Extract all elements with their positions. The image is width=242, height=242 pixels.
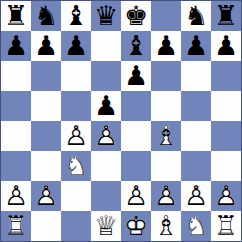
square-f3[interactable] — [151, 151, 181, 181]
white-pawn[interactable]: ♟♙ — [91, 121, 121, 151]
black-knight[interactable]: ♞ — [181, 1, 211, 31]
square-h4[interactable] — [211, 121, 241, 151]
white-rook[interactable]: ♜♖ — [211, 211, 241, 241]
square-g2[interactable]: ♟♙ — [181, 181, 211, 211]
square-e1[interactable]: ♚♔ — [121, 211, 151, 241]
white-pawn[interactable]: ♟♙ — [1, 181, 31, 211]
square-f8[interactable] — [151, 1, 181, 31]
square-c5[interactable] — [61, 91, 91, 121]
black-rook[interactable]: ♜ — [211, 1, 241, 31]
black-pawn[interactable]: ♟ — [61, 31, 91, 61]
white-piece-outline: ♙ — [91, 121, 121, 151]
black-bishop[interactable]: ♝ — [61, 1, 91, 31]
square-c8[interactable]: ♝ — [61, 1, 91, 31]
black-pawn[interactable]: ♟ — [121, 61, 151, 91]
square-h2[interactable]: ♟♙ — [211, 181, 241, 211]
white-piece-outline: ♖ — [1, 211, 31, 241]
square-a3[interactable] — [1, 151, 31, 181]
square-a2[interactable]: ♟♙ — [1, 181, 31, 211]
square-h1[interactable]: ♜♖ — [211, 211, 241, 241]
square-g5[interactable] — [181, 91, 211, 121]
square-b1[interactable] — [31, 211, 61, 241]
square-f5[interactable] — [151, 91, 181, 121]
square-e5[interactable] — [121, 91, 151, 121]
square-b7[interactable]: ♟ — [31, 31, 61, 61]
black-queen[interactable]: ♛ — [91, 1, 121, 31]
square-g7[interactable]: ♟ — [181, 31, 211, 61]
square-g4[interactable] — [181, 121, 211, 151]
chess-board: ♜♞♝♛♚♞♜♟♟♟♝♟♟♟♟♟♟♙♟♙♝♗♞♘♟♙♟♙♟♙♟♙♟♙♟♙♜♖♛♕… — [0, 0, 242, 242]
square-a7[interactable]: ♟ — [1, 31, 31, 61]
square-f2[interactable]: ♟♙ — [151, 181, 181, 211]
white-piece-outline: ♙ — [61, 121, 91, 151]
black-pawn[interactable]: ♟ — [1, 31, 31, 61]
square-a5[interactable] — [1, 91, 31, 121]
white-pawn[interactable]: ♟♙ — [31, 181, 61, 211]
square-d2[interactable] — [91, 181, 121, 211]
white-pawn[interactable]: ♟♙ — [181, 181, 211, 211]
square-a8[interactable]: ♜ — [1, 1, 31, 31]
square-c3[interactable]: ♞♘ — [61, 151, 91, 181]
square-f1[interactable]: ♝♗ — [151, 211, 181, 241]
white-piece-outline: ♗ — [151, 211, 181, 241]
square-a4[interactable] — [1, 121, 31, 151]
square-e2[interactable]: ♟♙ — [121, 181, 151, 211]
black-pawn[interactable]: ♟ — [31, 31, 61, 61]
black-rook[interactable]: ♜ — [1, 1, 31, 31]
white-king[interactable]: ♚♔ — [121, 211, 151, 241]
white-piece-outline: ♙ — [31, 181, 61, 211]
square-a6[interactable] — [1, 61, 31, 91]
black-king[interactable]: ♚ — [121, 1, 151, 31]
white-piece-outline: ♙ — [211, 181, 241, 211]
white-pawn[interactable]: ♟♙ — [121, 181, 151, 211]
white-bishop[interactable]: ♝♗ — [151, 121, 181, 151]
black-pawn[interactable]: ♟ — [181, 31, 211, 61]
square-h5[interactable] — [211, 91, 241, 121]
square-e8[interactable]: ♚ — [121, 1, 151, 31]
square-g8[interactable]: ♞ — [181, 1, 211, 31]
square-d3[interactable] — [91, 151, 121, 181]
white-bishop[interactable]: ♝♗ — [151, 211, 181, 241]
square-c6[interactable] — [61, 61, 91, 91]
square-d1[interactable]: ♛♕ — [91, 211, 121, 241]
square-e7[interactable]: ♝ — [121, 31, 151, 61]
white-pawn[interactable]: ♟♙ — [211, 181, 241, 211]
white-piece-outline: ♔ — [121, 211, 151, 241]
square-d8[interactable]: ♛ — [91, 1, 121, 31]
square-d5[interactable]: ♟ — [91, 91, 121, 121]
black-knight[interactable]: ♞ — [31, 1, 61, 31]
square-b5[interactable] — [31, 91, 61, 121]
square-b2[interactable]: ♟♙ — [31, 181, 61, 211]
white-piece-outline: ♙ — [121, 181, 151, 211]
black-pawn[interactable]: ♟ — [211, 31, 241, 61]
white-piece-outline: ♙ — [151, 181, 181, 211]
square-g6[interactable] — [181, 61, 211, 91]
square-c4[interactable]: ♟♙ — [61, 121, 91, 151]
square-h8[interactable]: ♜ — [211, 1, 241, 31]
square-e6[interactable]: ♟ — [121, 61, 151, 91]
black-bishop[interactable]: ♝ — [121, 31, 151, 61]
square-d6[interactable] — [91, 61, 121, 91]
square-g1[interactable]: ♞♘ — [181, 211, 211, 241]
black-pawn[interactable]: ♟ — [91, 91, 121, 121]
white-piece-outline: ♕ — [91, 211, 121, 241]
white-knight[interactable]: ♞♘ — [61, 151, 91, 181]
white-piece-outline: ♙ — [1, 181, 31, 211]
square-h6[interactable] — [211, 61, 241, 91]
square-c7[interactable]: ♟ — [61, 31, 91, 61]
square-c2[interactable] — [61, 181, 91, 211]
white-piece-outline: ♖ — [211, 211, 241, 241]
white-pawn[interactable]: ♟♙ — [151, 181, 181, 211]
white-piece-outline: ♘ — [181, 211, 211, 241]
white-knight[interactable]: ♞♘ — [181, 211, 211, 241]
white-pawn[interactable]: ♟♙ — [61, 121, 91, 151]
square-h3[interactable] — [211, 151, 241, 181]
square-d4[interactable]: ♟♙ — [91, 121, 121, 151]
white-piece-outline: ♙ — [181, 181, 211, 211]
square-g3[interactable] — [181, 151, 211, 181]
square-f7[interactable]: ♟ — [151, 31, 181, 61]
square-e4[interactable] — [121, 121, 151, 151]
square-f4[interactable]: ♝♗ — [151, 121, 181, 151]
square-b6[interactable] — [31, 61, 61, 91]
square-h7[interactable]: ♟ — [211, 31, 241, 61]
white-queen[interactable]: ♛♕ — [91, 211, 121, 241]
square-b3[interactable] — [31, 151, 61, 181]
square-b4[interactable] — [31, 121, 61, 151]
white-rook[interactable]: ♜♖ — [1, 211, 31, 241]
square-e3[interactable] — [121, 151, 151, 181]
white-piece-outline: ♗ — [151, 121, 181, 151]
square-f6[interactable] — [151, 61, 181, 91]
square-a1[interactable]: ♜♖ — [1, 211, 31, 241]
white-piece-outline: ♘ — [61, 151, 91, 181]
square-b8[interactable]: ♞ — [31, 1, 61, 31]
square-d7[interactable] — [91, 31, 121, 61]
black-pawn[interactable]: ♟ — [151, 31, 181, 61]
square-c1[interactable] — [61, 211, 91, 241]
